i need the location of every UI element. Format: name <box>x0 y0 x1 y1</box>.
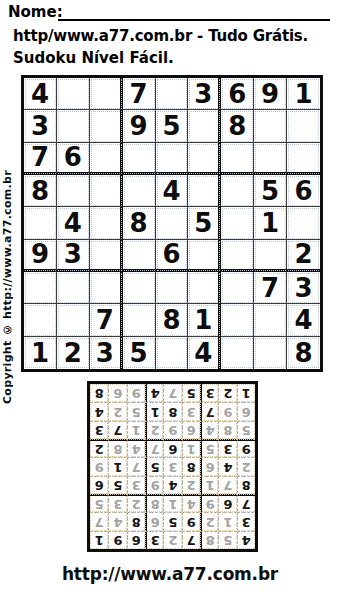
puzzle-cell-r4c9: 6 <box>287 175 320 207</box>
puzzle-cell-r7c7[interactable] <box>221 272 254 304</box>
puzzle-cell-r5c1[interactable] <box>24 207 57 239</box>
solution-cell-r1c2: 5 <box>218 531 236 549</box>
puzzle-cell-r9c1: 1 <box>24 337 57 369</box>
puzzle-cell-r3c2: 6 <box>57 143 90 175</box>
puzzle-cell-r1c8: 9 <box>254 78 287 110</box>
puzzle-cell-r6c6[interactable] <box>188 240 221 272</box>
puzzle-cell-r6c4[interactable] <box>123 240 156 272</box>
puzzle-cell-r4c3[interactable] <box>90 175 123 207</box>
solution-cell-r1c8: 9 <box>108 531 126 549</box>
puzzle-cell-r3c1: 7 <box>24 143 57 175</box>
solution-cell-r3c4: 4 <box>182 494 200 512</box>
solution-cell-r3c1: 7 <box>237 494 255 512</box>
puzzle-cell-r2c9[interactable] <box>287 110 320 142</box>
solution-cell-r5c8: 1 <box>108 457 126 475</box>
puzzle-cell-r4c6[interactable] <box>188 175 221 207</box>
solution-cell-r9c6: 4 <box>145 384 163 402</box>
solution-cell-r4c4: 2 <box>182 476 200 494</box>
solution-cell-r1c4: 7 <box>182 531 200 549</box>
puzzle-cell-r6c7[interactable] <box>221 240 254 272</box>
solution-cell-r6c9: 2 <box>90 439 108 457</box>
solution-cell-r8c9: 4 <box>90 402 108 420</box>
solution-cell-r3c6: 8 <box>145 494 163 512</box>
puzzle-cell-r3c5[interactable] <box>156 143 189 175</box>
puzzle-cell-r4c7[interactable] <box>221 175 254 207</box>
solution-cell-r2c6: 6 <box>145 512 163 530</box>
puzzle-cell-r2c2[interactable] <box>57 110 90 142</box>
puzzle-cell-r9c2: 2 <box>57 337 90 369</box>
solution-cell-r4c7: 3 <box>127 476 145 494</box>
solution-cell-r3c5: 1 <box>163 494 181 512</box>
footer-url: http://www.a77.com.br <box>0 564 340 584</box>
puzzle-cell-r1c1: 4 <box>24 78 57 110</box>
puzzle-cell-r7c1[interactable] <box>24 272 57 304</box>
solution-cell-r2c1: 3 <box>237 512 255 530</box>
solution-cell-r7c2: 8 <box>218 421 236 439</box>
puzzle-cell-r7c2[interactable] <box>57 272 90 304</box>
puzzle-cell-r1c2[interactable] <box>57 78 90 110</box>
solution-cell-r3c7: 2 <box>127 494 145 512</box>
puzzle-cell-r1c7: 6 <box>221 78 254 110</box>
puzzle-cell-r1c4: 7 <box>123 78 156 110</box>
puzzle-cell-r8c8[interactable] <box>254 304 287 336</box>
puzzle-cell-r3c3[interactable] <box>90 143 123 175</box>
solution-cell-r2c7: 8 <box>127 512 145 530</box>
puzzle-cell-r3c9[interactable] <box>287 143 320 175</box>
puzzle-cell-r5c9[interactable] <box>287 207 320 239</box>
solution-cell-r8c4: 3 <box>182 402 200 420</box>
puzzle-cell-r8c9: 4 <box>287 304 320 336</box>
copyright-vertical-text: Copyright © http://www.a77.com.br <box>1 158 16 416</box>
solution-cell-r9c8: 6 <box>108 384 126 402</box>
solution-cell-r7c3: 4 <box>200 421 218 439</box>
puzzle-cell-r5c3[interactable] <box>90 207 123 239</box>
solution-cell-r5c7: 7 <box>127 457 145 475</box>
solution-cell-r1c6: 3 <box>145 531 163 549</box>
puzzle-cell-r2c1: 3 <box>24 110 57 142</box>
puzzle-cell-r2c3[interactable] <box>90 110 123 142</box>
name-label: Nome: <box>8 3 63 21</box>
solution-cell-r6c1: 9 <box>237 439 255 457</box>
puzzle-cell-r9c6: 4 <box>188 337 221 369</box>
puzzle-level-title: Sudoku Nível Fácil. <box>13 49 174 67</box>
puzzle-cell-r9c9: 8 <box>287 337 320 369</box>
puzzle-cell-r8c2[interactable] <box>57 304 90 336</box>
puzzle-cell-r1c6: 3 <box>188 78 221 110</box>
solution-cell-r1c9: 1 <box>90 531 108 549</box>
solution-cell-r1c7: 6 <box>127 531 145 549</box>
solution-cell-r7c7: 1 <box>127 421 145 439</box>
puzzle-cell-r7c3[interactable] <box>90 272 123 304</box>
puzzle-cell-r4c5: 4 <box>156 175 189 207</box>
solution-cell-r5c3: 6 <box>200 457 218 475</box>
solution-cell-r9c2: 2 <box>218 384 236 402</box>
solution-cell-r1c3: 8 <box>200 531 218 549</box>
solution-cell-r9c7: 9 <box>127 384 145 402</box>
puzzle-cell-r9c5[interactable] <box>156 337 189 369</box>
solution-cell-r4c5: 4 <box>163 476 181 494</box>
solution-cell-r9c5: 7 <box>163 384 181 402</box>
solution-cell-r9c3: 3 <box>200 384 218 402</box>
solution-cell-r4c1: 8 <box>237 476 255 494</box>
puzzle-cell-r4c1: 8 <box>24 175 57 207</box>
solution-cell-r9c1: 1 <box>237 384 255 402</box>
solution-cell-r8c3: 7 <box>200 402 218 420</box>
puzzle-cell-r5c2: 4 <box>57 207 90 239</box>
solution-cell-r2c5: 5 <box>163 512 181 530</box>
solution-cell-r4c9: 6 <box>90 476 108 494</box>
solution-cell-r6c3: 5 <box>200 439 218 457</box>
solution-cell-r2c3: 2 <box>200 512 218 530</box>
puzzle-cell-r7c6[interactable] <box>188 272 221 304</box>
solution-cell-r8c1: 6 <box>237 402 255 420</box>
solution-cell-r8c8: 2 <box>108 402 126 420</box>
solution-cell-r2c4: 9 <box>182 512 200 530</box>
puzzle-cell-r8c6: 1 <box>188 304 221 336</box>
puzzle-cell-r6c1: 9 <box>24 240 57 272</box>
puzzle-cell-r7c5[interactable] <box>156 272 189 304</box>
puzzle-cell-r2c8[interactable] <box>254 110 287 142</box>
solution-cell-r7c8: 7 <box>108 421 126 439</box>
solution-cell-r5c5: 3 <box>163 457 181 475</box>
puzzle-cell-r1c9: 1 <box>287 78 320 110</box>
solution-cell-r2c9: 7 <box>90 512 108 530</box>
solution-cell-r8c6: 1 <box>145 402 163 420</box>
solution-cell-r3c8: 3 <box>108 494 126 512</box>
solution-cell-r7c6: 2 <box>145 421 163 439</box>
puzzle-cell-r3c8[interactable] <box>254 143 287 175</box>
solution-cell-r4c2: 7 <box>218 476 236 494</box>
solution-cell-r6c2: 3 <box>218 439 236 457</box>
puzzle-cell-r6c3[interactable] <box>90 240 123 272</box>
puzzle-cell-r8c7[interactable] <box>221 304 254 336</box>
puzzle-cell-r7c8: 7 <box>254 272 287 304</box>
solution-cell-r5c1: 2 <box>237 457 255 475</box>
puzzle-cell-r3c7[interactable] <box>221 143 254 175</box>
solution-cell-r4c6: 9 <box>145 476 163 494</box>
solution-cell-r6c5: 6 <box>163 439 181 457</box>
puzzle-cell-r1c3[interactable] <box>90 78 123 110</box>
puzzle-cell-r5c6: 5 <box>188 207 221 239</box>
solution-cell-r7c5: 9 <box>163 421 181 439</box>
solution-cell-r6c4: 1 <box>182 439 200 457</box>
puzzle-cell-r1c5[interactable] <box>156 78 189 110</box>
solution-cell-r5c6: 5 <box>145 457 163 475</box>
puzzle-cell-r8c1[interactable] <box>24 304 57 336</box>
solution-cell-r1c1: 4 <box>237 531 255 549</box>
puzzle-cell-r8c5: 8 <box>156 304 189 336</box>
puzzle-cell-r9c3: 3 <box>90 337 123 369</box>
sudoku-solution-grid-rotated: 4587236913129568477694182358712493562468… <box>87 381 258 552</box>
site-tagline: http/www.a77.com.br - Tudo Grátis. <box>13 27 308 45</box>
puzzle-cell-r6c5: 6 <box>156 240 189 272</box>
solution-cell-r8c5: 8 <box>163 402 181 420</box>
solution-cell-r7c9: 3 <box>90 421 108 439</box>
solution-cell-r3c3: 9 <box>200 494 218 512</box>
puzzle-cell-r2c7: 8 <box>221 110 254 142</box>
solution-cell-r6c8: 8 <box>108 439 126 457</box>
solution-cell-r3c9: 5 <box>90 494 108 512</box>
solution-cell-r9c4: 5 <box>182 384 200 402</box>
puzzle-cell-r9c8[interactable] <box>254 337 287 369</box>
solution-cell-r6c7: 4 <box>127 439 145 457</box>
puzzle-cell-r5c4: 8 <box>123 207 156 239</box>
puzzle-cell-r3c4[interactable] <box>123 143 156 175</box>
solution-cell-r7c1: 5 <box>237 421 255 439</box>
puzzle-cell-r2c4: 9 <box>123 110 156 142</box>
puzzle-cell-r5c8: 1 <box>254 207 287 239</box>
solution-cell-r4c8: 5 <box>108 476 126 494</box>
puzzle-cell-r4c2[interactable] <box>57 175 90 207</box>
puzzle-cell-r5c7[interactable] <box>221 207 254 239</box>
puzzle-cell-r7c4[interactable] <box>123 272 156 304</box>
puzzle-cell-r6c2: 3 <box>57 240 90 272</box>
puzzle-cell-r3c6[interactable] <box>188 143 221 175</box>
puzzle-cell-r2c6[interactable] <box>188 110 221 142</box>
puzzle-cell-r4c8: 5 <box>254 175 287 207</box>
solution-cell-r2c2: 1 <box>218 512 236 530</box>
puzzle-cell-r4c4[interactable] <box>123 175 156 207</box>
puzzle-cell-r8c4[interactable] <box>123 304 156 336</box>
solution-cell-r7c4: 6 <box>182 421 200 439</box>
puzzle-cell-r6c9: 2 <box>287 240 320 272</box>
solution-cell-r5c2: 4 <box>218 457 236 475</box>
solution-cell-r2c8: 4 <box>108 512 126 530</box>
solution-cell-r8c2: 9 <box>218 402 236 420</box>
sudoku-puzzle-grid: 473691395876845648519362737814123548 <box>21 75 323 372</box>
puzzle-cell-r8c3: 7 <box>90 304 123 336</box>
puzzle-cell-r9c7[interactable] <box>221 337 254 369</box>
puzzle-cell-r6c8[interactable] <box>254 240 287 272</box>
puzzle-cell-r2c5: 5 <box>156 110 189 142</box>
puzzle-cell-r5c5[interactable] <box>156 207 189 239</box>
solution-cell-r6c6: 7 <box>145 439 163 457</box>
solution-cell-r4c3: 1 <box>200 476 218 494</box>
solution-cell-r5c9: 9 <box>90 457 108 475</box>
solution-cell-r3c2: 6 <box>218 494 236 512</box>
solution-cell-r5c4: 8 <box>182 457 200 475</box>
solution-cell-r9c9: 8 <box>90 384 108 402</box>
puzzle-cell-r7c9: 3 <box>287 272 320 304</box>
puzzle-cell-r9c4: 5 <box>123 337 156 369</box>
solution-cell-r1c5: 2 <box>163 531 181 549</box>
name-blank-line[interactable] <box>58 2 330 21</box>
solution-cell-r8c7: 5 <box>127 402 145 420</box>
